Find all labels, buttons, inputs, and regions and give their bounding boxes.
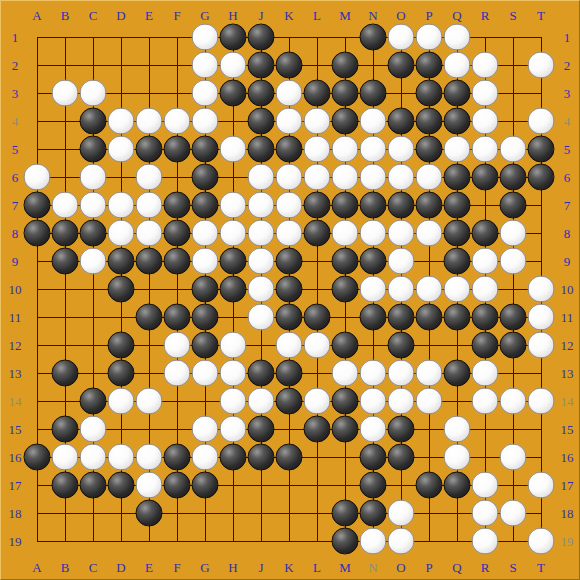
black-stone-P17[interactable] [416,472,443,499]
black-stone-F8[interactable] [164,220,191,247]
black-stone-N18[interactable] [360,500,387,527]
black-stone-G17[interactable] [192,472,219,499]
black-stone-J16[interactable] [248,444,275,471]
coord-top: G [200,9,209,22]
white-stone-O13[interactable] [388,360,415,387]
black-stone-O2[interactable] [388,52,415,79]
black-stone-O7[interactable] [388,192,415,219]
black-stone-S7[interactable] [500,192,527,219]
black-stone-N1[interactable] [360,24,387,51]
white-stone-O5[interactable] [388,136,415,163]
black-stone-S6[interactable] [500,164,527,191]
white-stone-G2[interactable] [192,52,219,79]
white-stone-A6[interactable] [24,164,51,191]
white-stone-D7[interactable] [108,192,135,219]
white-stone-K8[interactable] [276,220,303,247]
black-stone-F11[interactable] [164,304,191,331]
coord-left: 12 [9,339,22,352]
white-stone-R14[interactable] [472,388,499,415]
white-stone-P8[interactable] [416,220,443,247]
black-stone-C17[interactable] [80,472,107,499]
white-stone-B7[interactable] [52,192,79,219]
black-stone-F5[interactable] [164,136,191,163]
white-stone-B16[interactable] [52,444,79,471]
black-stone-H10[interactable] [220,276,247,303]
white-stone-G16[interactable] [192,444,219,471]
coord-left: 3 [12,87,19,100]
black-stone-J5[interactable] [248,136,275,163]
black-stone-C5[interactable] [80,136,107,163]
black-stone-K5[interactable] [276,136,303,163]
white-stone-S18[interactable] [500,500,527,527]
coord-bottom: O [396,561,405,574]
black-stone-L15[interactable] [304,416,331,443]
white-stone-O18[interactable] [388,500,415,527]
coord-right: 14 [561,395,574,408]
white-stone-G9[interactable] [192,248,219,275]
white-stone-C3[interactable] [80,80,107,107]
black-stone-N7[interactable] [360,192,387,219]
black-stone-G11[interactable] [192,304,219,331]
white-stone-H15[interactable] [220,416,247,443]
black-stone-Q6[interactable] [444,164,471,191]
coord-bottom: L [313,561,321,574]
black-stone-T6[interactable] [528,164,555,191]
white-stone-L14[interactable] [304,388,331,415]
coord-left: 11 [9,311,22,324]
black-stone-M18[interactable] [332,500,359,527]
white-stone-H5[interactable] [220,136,247,163]
grid-line-h [37,541,542,542]
black-stone-B15[interactable] [52,416,79,443]
coord-right: 1 [564,31,571,44]
coord-bottom: C [89,561,98,574]
white-stone-F4[interactable] [164,108,191,135]
coord-right: 5 [564,143,571,156]
black-stone-E5[interactable] [136,136,163,163]
white-stone-Q16[interactable] [444,444,471,471]
white-stone-J8[interactable] [248,220,275,247]
black-stone-J4[interactable] [248,108,275,135]
coord-bottom: F [173,561,180,574]
white-stone-J14[interactable] [248,388,275,415]
black-stone-F7[interactable] [164,192,191,219]
coord-bottom: N [368,561,377,574]
black-stone-D9[interactable] [108,248,135,275]
coord-top: D [116,9,125,22]
black-stone-Q7[interactable] [444,192,471,219]
black-stone-M2[interactable] [332,52,359,79]
black-stone-T5[interactable] [528,136,555,163]
white-stone-G3[interactable] [192,80,219,107]
white-stone-R2[interactable] [472,52,499,79]
white-stone-N15[interactable] [360,416,387,443]
black-stone-P2[interactable] [416,52,443,79]
coord-right: 3 [564,87,571,100]
grid-line-h [37,513,542,514]
coord-right: 9 [564,255,571,268]
black-stone-J3[interactable] [248,80,275,107]
white-stone-H14[interactable] [220,388,247,415]
black-stone-N11[interactable] [360,304,387,331]
black-stone-O16[interactable] [388,444,415,471]
white-stone-C15[interactable] [80,416,107,443]
white-stone-R4[interactable] [472,108,499,135]
coord-top: C [89,9,98,22]
black-stone-P7[interactable] [416,192,443,219]
coord-left: 7 [12,199,19,212]
white-stone-D8[interactable] [108,220,135,247]
coord-top: S [509,9,516,22]
white-stone-D14[interactable] [108,388,135,415]
white-stone-E4[interactable] [136,108,163,135]
white-stone-N13[interactable] [360,360,387,387]
black-stone-J15[interactable] [248,416,275,443]
white-stone-R18[interactable] [472,500,499,527]
go-board[interactable]: ABCDEFGHJKLMNOPQRSTABCDEFGHJKLMNOPQRST12… [0,0,580,580]
black-stone-N17[interactable] [360,472,387,499]
black-stone-L11[interactable] [304,304,331,331]
white-stone-S8[interactable] [500,220,527,247]
black-stone-G12[interactable] [192,332,219,359]
black-stone-C8[interactable] [80,220,107,247]
white-stone-D16[interactable] [108,444,135,471]
black-stone-K2[interactable] [276,52,303,79]
black-stone-N3[interactable] [360,80,387,107]
white-stone-H12[interactable] [220,332,247,359]
black-stone-K9[interactable] [276,248,303,275]
coord-left: 14 [9,395,22,408]
white-stone-J9[interactable] [248,248,275,275]
black-stone-E11[interactable] [136,304,163,331]
coord-left: 4 [12,115,19,128]
white-stone-R9[interactable] [472,248,499,275]
white-stone-E14[interactable] [136,388,163,415]
black-stone-D12[interactable] [108,332,135,359]
coord-bottom: R [481,561,490,574]
white-stone-R19[interactable] [472,528,499,555]
white-stone-S14[interactable] [500,388,527,415]
black-stone-M14[interactable] [332,388,359,415]
white-stone-C16[interactable] [80,444,107,471]
black-stone-S11[interactable] [500,304,527,331]
coord-left: 15 [9,423,22,436]
white-stone-E7[interactable] [136,192,163,219]
black-stone-C14[interactable] [80,388,107,415]
white-stone-P1[interactable] [416,24,443,51]
white-stone-R10[interactable] [472,276,499,303]
black-stone-Q8[interactable] [444,220,471,247]
white-stone-L6[interactable] [304,164,331,191]
white-stone-E17[interactable] [136,472,163,499]
white-stone-C6[interactable] [80,164,107,191]
white-stone-E8[interactable] [136,220,163,247]
black-stone-R6[interactable] [472,164,499,191]
white-stone-N19[interactable] [360,528,387,555]
black-stone-R12[interactable] [472,332,499,359]
white-stone-N6[interactable] [360,164,387,191]
coord-top: K [284,9,293,22]
coord-right: 6 [564,171,571,184]
black-stone-O11[interactable] [388,304,415,331]
white-stone-F12[interactable] [164,332,191,359]
white-stone-G4[interactable] [192,108,219,135]
black-stone-J1[interactable] [248,24,275,51]
white-stone-G1[interactable] [192,24,219,51]
white-stone-P14[interactable] [416,388,443,415]
coord-bottom: S [509,561,516,574]
black-stone-N16[interactable] [360,444,387,471]
coord-left: 18 [9,507,22,520]
black-stone-F16[interactable] [164,444,191,471]
white-stone-L12[interactable] [304,332,331,359]
black-stone-K10[interactable] [276,276,303,303]
black-stone-M7[interactable] [332,192,359,219]
white-stone-T14[interactable] [528,388,555,415]
white-stone-J10[interactable] [248,276,275,303]
white-stone-K7[interactable] [276,192,303,219]
coord-right: 17 [561,479,574,492]
white-stone-G15[interactable] [192,416,219,443]
coord-right: 13 [561,367,574,380]
black-stone-P4[interactable] [416,108,443,135]
coord-right: 16 [561,451,574,464]
coord-right: 11 [561,311,574,324]
black-stone-E9[interactable] [136,248,163,275]
black-stone-A16[interactable] [24,444,51,471]
black-stone-G7[interactable] [192,192,219,219]
black-stone-M19[interactable] [332,528,359,555]
white-stone-M13[interactable] [332,360,359,387]
white-stone-Q5[interactable] [444,136,471,163]
white-stone-M6[interactable] [332,164,359,191]
white-stone-C9[interactable] [80,248,107,275]
coord-bottom: B [61,561,70,574]
coord-right: 4 [564,115,571,128]
coord-bottom: Q [452,561,461,574]
coord-top: F [173,9,180,22]
white-stone-O10[interactable] [388,276,415,303]
black-stone-L7[interactable] [304,192,331,219]
white-stone-O14[interactable] [388,388,415,415]
black-stone-Q4[interactable] [444,108,471,135]
white-stone-K4[interactable] [276,108,303,135]
white-stone-S16[interactable] [500,444,527,471]
white-stone-T12[interactable] [528,332,555,359]
white-stone-G13[interactable] [192,360,219,387]
black-stone-C4[interactable] [80,108,107,135]
black-stone-M3[interactable] [332,80,359,107]
coord-bottom: K [284,561,293,574]
black-stone-K13[interactable] [276,360,303,387]
coord-top: E [145,9,153,22]
white-stone-H2[interactable] [220,52,247,79]
white-stone-Q10[interactable] [444,276,471,303]
black-stone-N9[interactable] [360,248,387,275]
white-stone-D4[interactable] [108,108,135,135]
white-stone-H7[interactable] [220,192,247,219]
black-stone-R11[interactable] [472,304,499,331]
black-stone-H16[interactable] [220,444,247,471]
white-stone-T10[interactable] [528,276,555,303]
black-stone-A7[interactable] [24,192,51,219]
white-stone-J11[interactable] [248,304,275,331]
black-stone-D17[interactable] [108,472,135,499]
black-stone-A8[interactable] [24,220,51,247]
black-stone-M12[interactable] [332,332,359,359]
black-stone-Q11[interactable] [444,304,471,331]
white-stone-K3[interactable] [276,80,303,107]
coord-top: A [32,9,41,22]
black-stone-B17[interactable] [52,472,79,499]
white-stone-M8[interactable] [332,220,359,247]
black-stone-M10[interactable] [332,276,359,303]
coord-bottom: A [32,561,41,574]
black-stone-E18[interactable] [136,500,163,527]
white-stone-Q2[interactable] [444,52,471,79]
coord-top: R [481,9,490,22]
black-stone-L8[interactable] [304,220,331,247]
coord-top: P [425,9,432,22]
black-stone-G10[interactable] [192,276,219,303]
coord-left: 17 [9,479,22,492]
black-stone-J2[interactable] [248,52,275,79]
white-stone-R5[interactable] [472,136,499,163]
white-stone-E6[interactable] [136,164,163,191]
coord-left: 9 [12,255,19,268]
white-stone-J7[interactable] [248,192,275,219]
white-stone-Q1[interactable] [444,24,471,51]
white-stone-N5[interactable] [360,136,387,163]
black-stone-F17[interactable] [164,472,191,499]
white-stone-O6[interactable] [388,164,415,191]
white-stone-O1[interactable] [388,24,415,51]
black-stone-H9[interactable] [220,248,247,275]
coord-right: 8 [564,227,571,240]
coord-bottom: G [200,561,209,574]
coord-top: M [339,9,351,22]
white-stone-T11[interactable] [528,304,555,331]
black-stone-Q9[interactable] [444,248,471,275]
black-stone-Q3[interactable] [444,80,471,107]
black-stone-D13[interactable] [108,360,135,387]
white-stone-P10[interactable] [416,276,443,303]
coord-right: 10 [561,283,574,296]
black-stone-M15[interactable] [332,416,359,443]
black-stone-S12[interactable] [500,332,527,359]
white-stone-O9[interactable] [388,248,415,275]
coord-right: 12 [561,339,574,352]
white-stone-T17[interactable] [528,472,555,499]
coord-bottom: D [116,561,125,574]
black-stone-G5[interactable] [192,136,219,163]
coord-left: 19 [9,535,22,548]
coord-top: T [537,9,545,22]
black-stone-K11[interactable] [276,304,303,331]
white-stone-Q15[interactable] [444,416,471,443]
white-stone-R17[interactable] [472,472,499,499]
black-stone-J13[interactable] [248,360,275,387]
white-stone-H13[interactable] [220,360,247,387]
white-stone-T4[interactable] [528,108,555,135]
coord-left: 5 [12,143,19,156]
coord-left: 16 [9,451,22,464]
black-stone-R8[interactable] [472,220,499,247]
coord-left: 1 [12,31,19,44]
black-stone-P11[interactable] [416,304,443,331]
white-stone-K6[interactable] [276,164,303,191]
black-stone-G6[interactable] [192,164,219,191]
white-stone-P6[interactable] [416,164,443,191]
white-stone-H8[interactable] [220,220,247,247]
black-stone-B13[interactable] [52,360,79,387]
coord-bottom: E [145,561,153,574]
black-stone-O12[interactable] [388,332,415,359]
coord-right: 18 [561,507,574,520]
black-stone-O4[interactable] [388,108,415,135]
white-stone-B3[interactable] [52,80,79,107]
black-stone-P3[interactable] [416,80,443,107]
black-stone-B9[interactable] [52,248,79,275]
black-stone-M4[interactable] [332,108,359,135]
black-stone-D10[interactable] [108,276,135,303]
coord-top: H [228,9,237,22]
white-stone-C7[interactable] [80,192,107,219]
white-stone-S5[interactable] [500,136,527,163]
black-stone-P5[interactable] [416,136,443,163]
white-stone-N4[interactable] [360,108,387,135]
coord-top: J [258,9,263,22]
black-stone-H3[interactable] [220,80,247,107]
white-stone-K12[interactable] [276,332,303,359]
white-stone-O19[interactable] [388,528,415,555]
black-stone-O15[interactable] [388,416,415,443]
white-stone-N10[interactable] [360,276,387,303]
white-stone-O8[interactable] [388,220,415,247]
black-stone-Q13[interactable] [444,360,471,387]
white-stone-L5[interactable] [304,136,331,163]
white-stone-N14[interactable] [360,388,387,415]
coord-bottom: J [258,561,263,574]
white-stone-F13[interactable] [164,360,191,387]
coord-top: B [61,9,70,22]
white-stone-G8[interactable] [192,220,219,247]
white-stone-E16[interactable] [136,444,163,471]
white-stone-L4[interactable] [304,108,331,135]
coord-bottom: H [228,561,237,574]
black-stone-L3[interactable] [304,80,331,107]
white-stone-T2[interactable] [528,52,555,79]
white-stone-T19[interactable] [528,528,555,555]
black-stone-H1[interactable] [220,24,247,51]
white-stone-P13[interactable] [416,360,443,387]
black-stone-F9[interactable] [164,248,191,275]
white-stone-R3[interactable] [472,80,499,107]
black-stone-M9[interactable] [332,248,359,275]
white-stone-J6[interactable] [248,164,275,191]
black-stone-Q17[interactable] [444,472,471,499]
black-stone-K14[interactable] [276,388,303,415]
white-stone-R13[interactable] [472,360,499,387]
black-stone-K16[interactable] [276,444,303,471]
white-stone-D5[interactable] [108,136,135,163]
white-stone-M5[interactable] [332,136,359,163]
coord-bottom: M [339,561,351,574]
white-stone-S9[interactable] [500,248,527,275]
coord-top: N [368,9,377,22]
black-stone-B8[interactable] [52,220,79,247]
white-stone-N8[interactable] [360,220,387,247]
